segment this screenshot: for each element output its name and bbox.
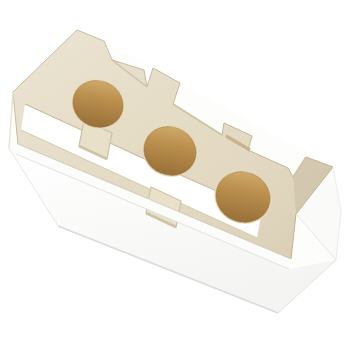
product-photo-svg bbox=[0, 0, 350, 350]
product-photo bbox=[0, 0, 350, 350]
